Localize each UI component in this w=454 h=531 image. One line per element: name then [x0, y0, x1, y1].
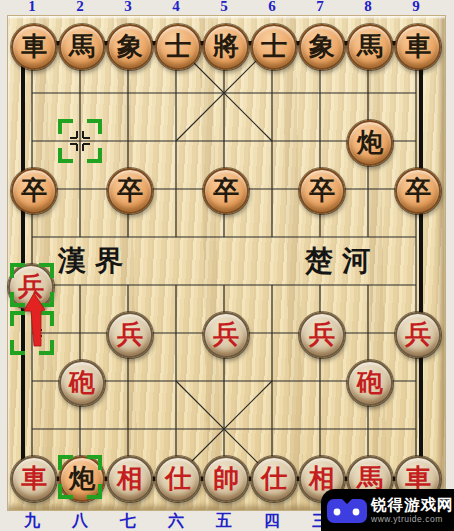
file-label-top-1: 1 [28, 0, 36, 15]
file-label-bottom-4: 六 [168, 511, 184, 531]
piece-black-horse[interactable]: 馬 [347, 24, 393, 70]
piece-black-elephant[interactable]: 象 [299, 24, 345, 70]
file-label-bottom-6: 四 [264, 511, 280, 531]
file-label-top-6: 6 [268, 0, 276, 15]
piece-red-soldier[interactable]: 兵 [395, 312, 441, 358]
piece-black-advisor[interactable]: 士 [155, 24, 201, 70]
watermark-site-url: www.ytruide.com [371, 515, 454, 524]
piece-black-cannon[interactable]: 炮 [347, 120, 393, 166]
piece-black-horse[interactable]: 馬 [59, 24, 105, 70]
file-label-top-2: 2 [76, 0, 84, 15]
file-label-bottom-5: 五 [216, 511, 232, 531]
piece-black-general[interactable]: 將 [203, 24, 249, 70]
piece-red-general[interactable]: 帥 [203, 456, 249, 502]
file-label-top-3: 3 [124, 0, 132, 15]
river-text-right: 楚河 [305, 245, 379, 277]
piece-black-soldier[interactable]: 卒 [203, 168, 249, 214]
file-label-bottom-2: 八 [72, 511, 88, 531]
file-label-bottom-3: 七 [120, 511, 136, 531]
xiangqi-app-screen: 123456789 九八七六五四三 漢界 楚河 車馬象士將士象馬車炮卒卒卒卒卒兵… [0, 0, 454, 531]
piece-black-chariot[interactable]: 車 [11, 24, 57, 70]
piece-black-cannon[interactable]: 炮 [59, 456, 105, 502]
piece-red-advisor[interactable]: 仕 [251, 456, 297, 502]
piece-black-advisor[interactable]: 士 [251, 24, 297, 70]
piece-red-soldier[interactable]: 兵 [299, 312, 345, 358]
piece-red-soldier[interactable]: 兵 [8, 264, 54, 310]
piece-red-soldier[interactable]: 兵 [203, 312, 249, 358]
piece-red-soldier[interactable]: 兵 [107, 312, 153, 358]
piece-red-elephant[interactable]: 相 [107, 456, 153, 502]
piece-black-soldier[interactable]: 卒 [395, 168, 441, 214]
piece-black-soldier[interactable]: 卒 [107, 168, 153, 214]
file-label-top-5: 5 [220, 0, 228, 15]
piece-red-cannon[interactable]: 砲 [347, 360, 393, 406]
watermark-site-name: 锐得游戏网 [371, 497, 454, 513]
watermark: 锐得游戏网 www.ytruide.com [321, 489, 454, 531]
piece-black-soldier[interactable]: 卒 [11, 168, 57, 214]
file-label-top-7: 7 [316, 0, 324, 15]
piece-red-cannon[interactable]: 砲 [59, 360, 105, 406]
file-label-top-9: 9 [412, 0, 420, 15]
river-text-left: 漢界 [58, 245, 132, 277]
file-label-bottom-1: 九 [24, 511, 40, 531]
file-label-top-4: 4 [172, 0, 180, 15]
file-label-top-8: 8 [364, 0, 372, 15]
piece-red-advisor[interactable]: 仕 [155, 456, 201, 502]
piece-red-chariot[interactable]: 車 [11, 456, 57, 502]
piece-black-chariot[interactable]: 車 [395, 24, 441, 70]
piece-black-soldier[interactable]: 卒 [299, 168, 345, 214]
gamepad-icon [326, 496, 368, 525]
piece-black-elephant[interactable]: 象 [107, 24, 153, 70]
